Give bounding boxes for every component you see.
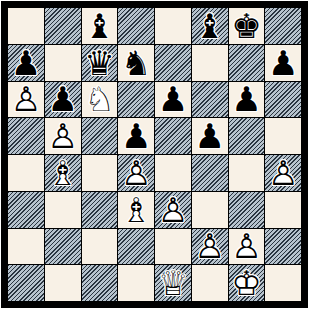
piece-glyph-outline: ♙ <box>8 82 44 118</box>
piece-white-pawn: ♟♙ <box>8 82 44 118</box>
piece-black-knight: ♞ <box>118 45 154 81</box>
piece-black-pawn: ♟ <box>118 118 154 154</box>
square-d6[interactable] <box>118 82 154 118</box>
square-e5[interactable] <box>155 118 191 154</box>
square-b6[interactable]: ♟ <box>45 82 81 118</box>
piece-white-pawn: ♟♙ <box>192 229 228 265</box>
square-a6[interactable]: ♟♙ <box>8 82 44 118</box>
chess-board: ♝♝♚♟♛♞♟♟♙♟♞♘♟♟♟♙♟♟♝♗♟♙♟♙♝♗♟♙♟♙♟♙♛♕♚♔ <box>8 8 301 301</box>
square-e3[interactable]: ♟♙ <box>155 192 191 228</box>
square-g7[interactable] <box>229 45 265 81</box>
piece-white-pawn: ♟♙ <box>118 155 154 191</box>
square-f8[interactable]: ♝ <box>192 8 228 44</box>
piece-glyph-fill: ♟ <box>118 118 154 154</box>
square-f3[interactable] <box>192 192 228 228</box>
piece-white-pawn: ♟♙ <box>45 118 81 154</box>
piece-glyph-outline: ♘ <box>82 82 118 118</box>
square-d5[interactable]: ♟ <box>118 118 154 154</box>
square-a7[interactable]: ♟ <box>8 45 44 81</box>
square-e8[interactable] <box>155 8 191 44</box>
square-h1[interactable] <box>265 265 301 301</box>
piece-glyph-outline: ♙ <box>155 192 191 228</box>
piece-black-pawn: ♟ <box>192 118 228 154</box>
square-c7[interactable]: ♛ <box>82 45 118 81</box>
square-g6[interactable]: ♟ <box>229 82 265 118</box>
piece-glyph-outline: ♙ <box>45 118 81 154</box>
square-e6[interactable]: ♟ <box>155 82 191 118</box>
piece-white-pawn: ♟♙ <box>229 229 265 265</box>
square-a5[interactable] <box>8 118 44 154</box>
piece-glyph-outline: ♗ <box>45 155 81 191</box>
piece-glyph-fill: ♞ <box>118 45 154 81</box>
piece-black-bishop: ♝ <box>192 8 228 44</box>
piece-glyph-fill: ♚ <box>229 8 265 44</box>
square-c8[interactable]: ♝ <box>82 8 118 44</box>
square-f1[interactable] <box>192 265 228 301</box>
square-e4[interactable] <box>155 155 191 191</box>
piece-white-pawn: ♟♙ <box>155 192 191 228</box>
piece-white-queen: ♛♕ <box>155 265 191 301</box>
square-h2[interactable] <box>265 229 301 265</box>
chess-board-screenshot: ♝♝♚♟♛♞♟♟♙♟♞♘♟♟♟♙♟♟♝♗♟♙♟♙♝♗♟♙♟♙♟♙♛♕♚♔ <box>0 0 309 309</box>
square-b8[interactable] <box>45 8 81 44</box>
square-f6[interactable] <box>192 82 228 118</box>
square-e7[interactable] <box>155 45 191 81</box>
square-c2[interactable] <box>82 229 118 265</box>
piece-white-king: ♚♔ <box>229 265 265 301</box>
square-d8[interactable] <box>118 8 154 44</box>
square-g8[interactable]: ♚ <box>229 8 265 44</box>
piece-glyph-fill: ♟ <box>265 45 301 81</box>
piece-white-knight: ♞♘ <box>82 82 118 118</box>
square-c4[interactable] <box>82 155 118 191</box>
square-a4[interactable] <box>8 155 44 191</box>
square-d4[interactable]: ♟♙ <box>118 155 154 191</box>
piece-glyph-fill: ♟ <box>229 82 265 118</box>
square-b5[interactable]: ♟♙ <box>45 118 81 154</box>
square-e1[interactable]: ♛♕ <box>155 265 191 301</box>
square-b4[interactable]: ♝♗ <box>45 155 81 191</box>
square-c5[interactable] <box>82 118 118 154</box>
square-g4[interactable] <box>229 155 265 191</box>
piece-black-bishop: ♝ <box>82 8 118 44</box>
square-g3[interactable] <box>229 192 265 228</box>
piece-glyph-outline: ♙ <box>265 155 301 191</box>
square-g2[interactable]: ♟♙ <box>229 229 265 265</box>
square-d7[interactable]: ♞ <box>118 45 154 81</box>
square-g5[interactable] <box>229 118 265 154</box>
square-b1[interactable] <box>45 265 81 301</box>
piece-glyph-fill: ♝ <box>192 8 228 44</box>
piece-glyph-fill: ♟ <box>8 45 44 81</box>
piece-black-pawn: ♟ <box>155 82 191 118</box>
piece-glyph-fill: ♟ <box>192 118 228 154</box>
piece-glyph-fill: ♝ <box>82 8 118 44</box>
piece-glyph-fill: ♟ <box>155 82 191 118</box>
square-f5[interactable]: ♟ <box>192 118 228 154</box>
square-c6[interactable]: ♞♘ <box>82 82 118 118</box>
piece-glyph-outline: ♙ <box>118 155 154 191</box>
piece-black-king: ♚ <box>229 8 265 44</box>
piece-glyph-fill: ♛ <box>82 45 118 81</box>
piece-glyph-outline: ♗ <box>118 192 154 228</box>
square-h7[interactable]: ♟ <box>265 45 301 81</box>
square-d3[interactable]: ♝♗ <box>118 192 154 228</box>
square-b3[interactable] <box>45 192 81 228</box>
piece-black-pawn: ♟ <box>45 82 81 118</box>
square-b7[interactable] <box>45 45 81 81</box>
square-h6[interactable] <box>265 82 301 118</box>
square-g1[interactable]: ♚♔ <box>229 265 265 301</box>
square-h5[interactable] <box>265 118 301 154</box>
square-h3[interactable] <box>265 192 301 228</box>
square-d1[interactable] <box>118 265 154 301</box>
square-a1[interactable] <box>8 265 44 301</box>
square-f7[interactable] <box>192 45 228 81</box>
piece-white-pawn: ♟♙ <box>265 155 301 191</box>
piece-black-pawn: ♟ <box>8 45 44 81</box>
piece-glyph-fill: ♟ <box>45 82 81 118</box>
square-b2[interactable] <box>45 229 81 265</box>
piece-glyph-outline: ♔ <box>229 265 265 301</box>
piece-black-pawn: ♟ <box>265 45 301 81</box>
square-f2[interactable]: ♟♙ <box>192 229 228 265</box>
piece-glyph-outline: ♙ <box>229 229 265 265</box>
square-c1[interactable] <box>82 265 118 301</box>
square-a3[interactable] <box>8 192 44 228</box>
piece-white-bishop: ♝♗ <box>118 192 154 228</box>
square-h4[interactable]: ♟♙ <box>265 155 301 191</box>
square-f4[interactable] <box>192 155 228 191</box>
piece-glyph-outline: ♙ <box>192 229 228 265</box>
square-a8[interactable] <box>8 8 44 44</box>
square-c3[interactable] <box>82 192 118 228</box>
square-d2[interactable] <box>118 229 154 265</box>
square-h8[interactable] <box>265 8 301 44</box>
piece-black-queen: ♛ <box>82 45 118 81</box>
piece-glyph-outline: ♕ <box>155 265 191 301</box>
square-a2[interactable] <box>8 229 44 265</box>
square-e2[interactable] <box>155 229 191 265</box>
board-frame: ♝♝♚♟♛♞♟♟♙♟♞♘♟♟♟♙♟♟♝♗♟♙♟♙♝♗♟♙♟♙♟♙♛♕♚♔ <box>1 1 308 308</box>
piece-black-pawn: ♟ <box>229 82 265 118</box>
piece-white-bishop: ♝♗ <box>45 155 81 191</box>
